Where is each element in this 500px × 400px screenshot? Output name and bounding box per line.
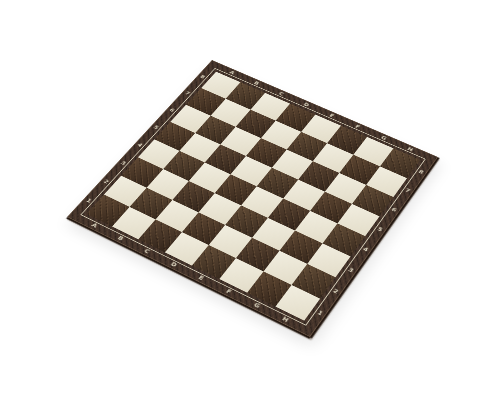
chessboard: AA88BB77CC66DD55EE44FF33GG22HH11 <box>67 60 438 337</box>
file-label-bottom-b: B <box>117 235 125 241</box>
rank-label-right-1: 1 <box>316 310 323 317</box>
file-label-bottom-h: H <box>281 316 289 323</box>
rank-label-right-5: 5 <box>376 227 383 233</box>
file-label-bottom-a: A <box>91 222 99 228</box>
file-label-bottom-f: F <box>225 288 232 294</box>
rank-label-right-8: 8 <box>417 169 424 175</box>
rank-label-left-6: 6 <box>168 108 175 113</box>
product-photo: AA88BB77CC66DD55EE44FF33GG22HH11 <box>0 0 500 400</box>
file-label-bottom-g: G <box>253 302 261 309</box>
file-label-bottom-c: C <box>143 248 151 254</box>
rank-label-left-8: 8 <box>199 75 206 80</box>
rank-label-left-7: 7 <box>184 91 191 96</box>
file-label-top-g: G <box>380 135 387 141</box>
rank-label-left-1: 1 <box>85 198 92 204</box>
rank-label-right-3: 3 <box>347 267 354 273</box>
file-label-top-d: D <box>303 102 310 107</box>
rank-label-left-4: 4 <box>136 143 143 148</box>
file-label-bottom-d: D <box>170 261 178 268</box>
rank-label-right-4: 4 <box>362 247 369 253</box>
board-grid <box>86 72 420 321</box>
file-label-top-a: A <box>229 70 236 75</box>
file-label-top-b: B <box>253 81 260 86</box>
file-label-bottom-e: E <box>197 275 204 281</box>
rank-label-left-5: 5 <box>152 125 159 130</box>
rank-label-right-7: 7 <box>404 188 411 194</box>
file-label-top-c: C <box>278 91 285 96</box>
rank-label-left-2: 2 <box>102 179 109 185</box>
file-label-top-h: H <box>407 146 414 152</box>
rank-label-left-3: 3 <box>119 161 126 167</box>
rank-label-right-2: 2 <box>332 288 339 294</box>
file-label-top-f: F <box>354 124 361 129</box>
board-frame: AA88BB77CC66DD55EE44FF33GG22HH11 <box>67 60 438 337</box>
file-label-top-e: E <box>329 113 336 118</box>
rank-label-right-6: 6 <box>390 207 397 213</box>
